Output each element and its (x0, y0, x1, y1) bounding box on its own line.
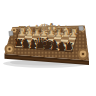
piece-light-pawn[interactable]: ♟ (69, 29, 77, 39)
photo-background: ♜♞♝♛♚♝♞♜♟♟♟♟♟♟♟♟♟♟♟♟♟♟♟♟♜♞♝♛♚♝♞♜ (0, 0, 96, 96)
hinge-left (9, 31, 13, 36)
corner-rosette-right (78, 49, 89, 60)
piece-dark-rook[interactable]: ♜ (63, 41, 74, 55)
chess-set-photo: ♜♞♝♛♚♝♞♜♟♟♟♟♟♟♟♟♟♟♟♟♟♟♟♟♜♞♝♛♚♝♞♜ (0, 0, 96, 96)
hinge-right (79, 26, 84, 31)
board-pieces: ♜♞♝♛♚♝♞♜♟♟♟♟♟♟♟♟♟♟♟♟♟♟♟♟♜♞♝♛♚♝♞♜ (13, 21, 79, 54)
